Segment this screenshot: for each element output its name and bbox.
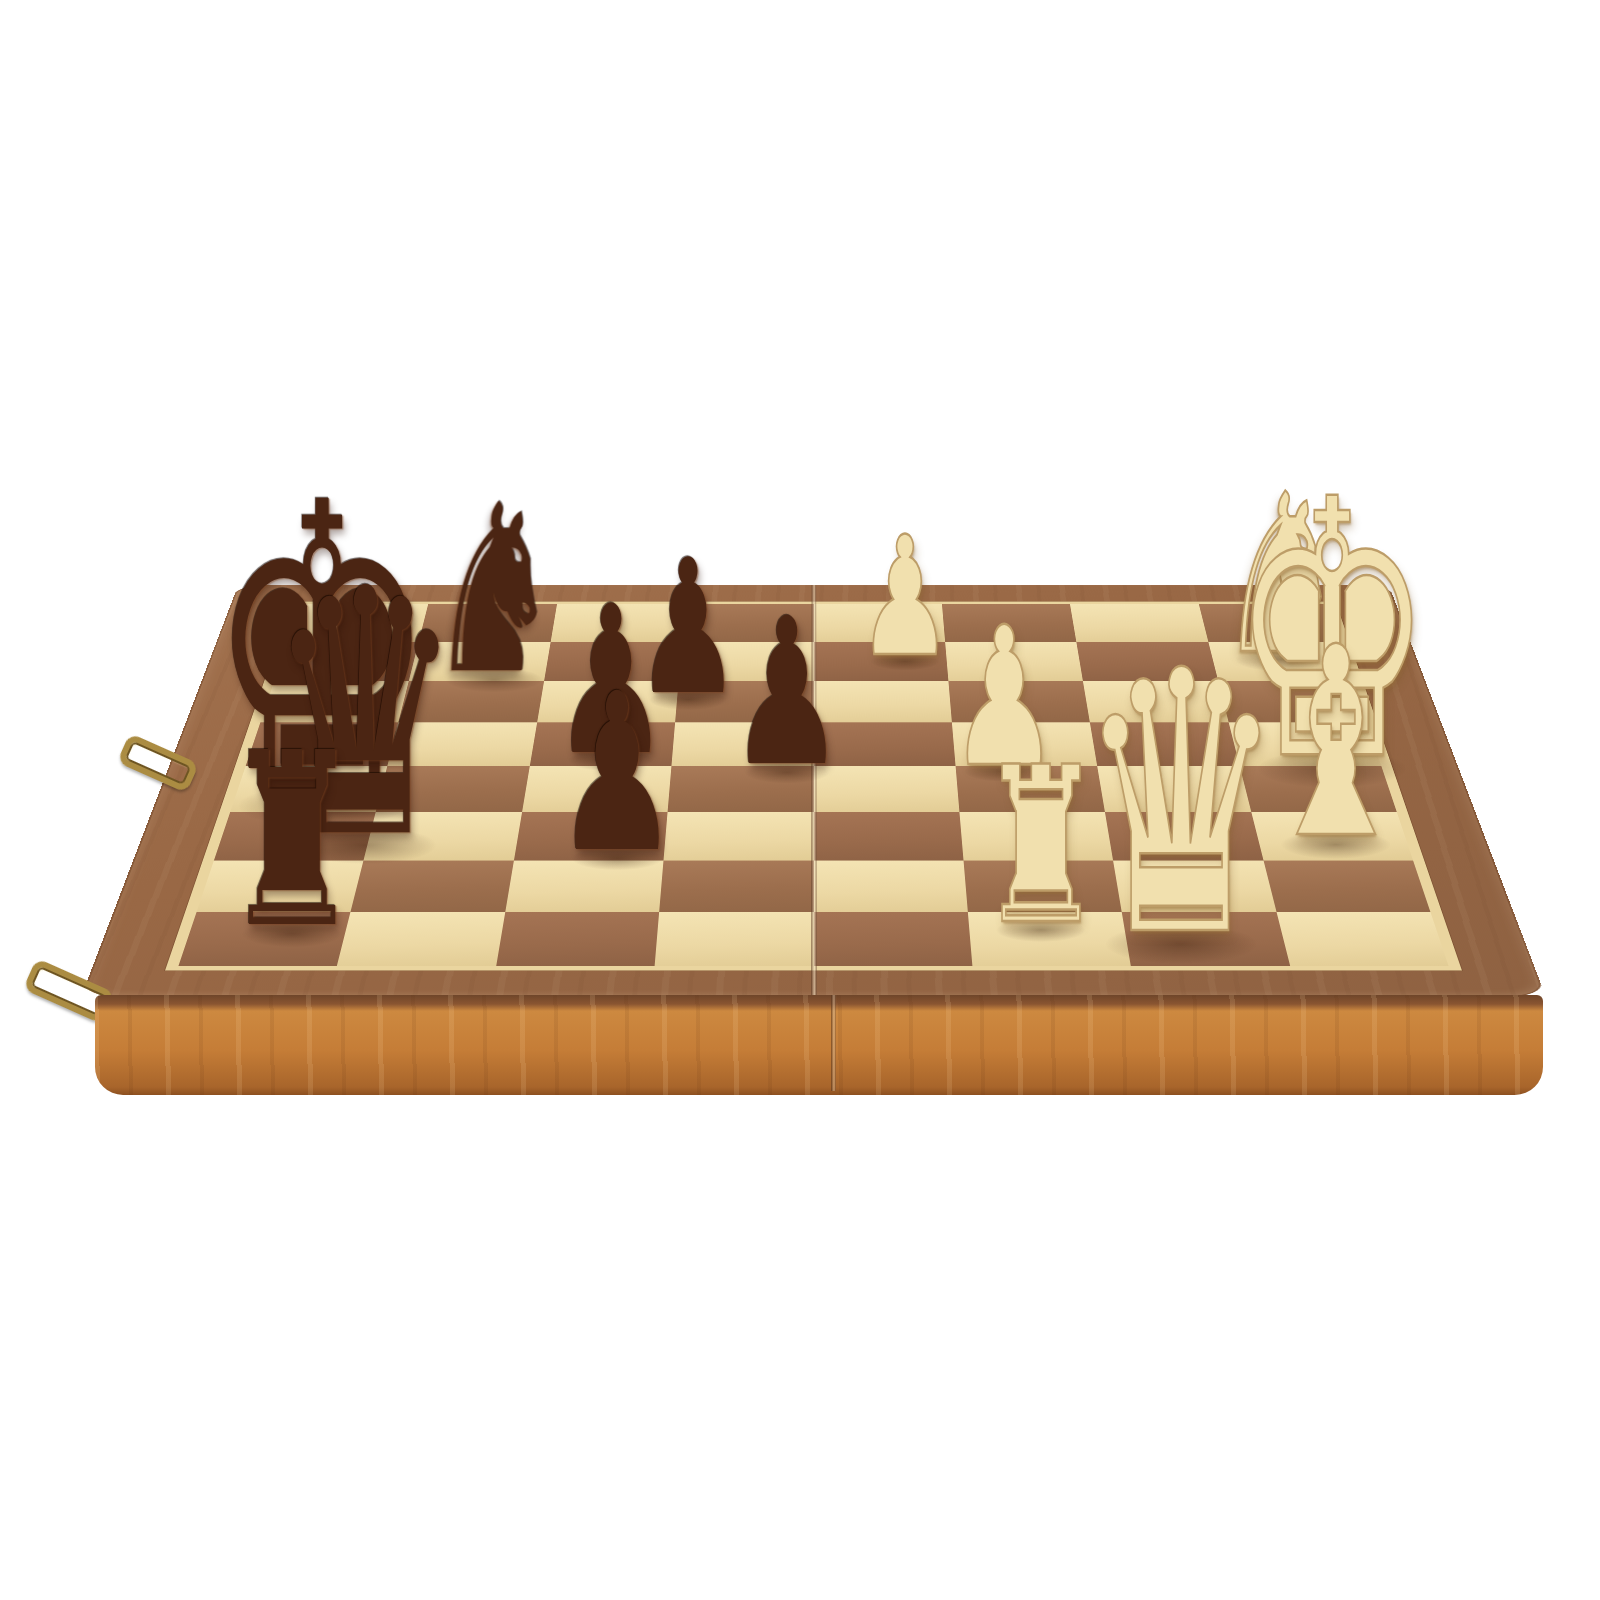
square-d1 xyxy=(655,912,814,966)
box-front-edge xyxy=(95,995,1543,1095)
piece-white-queen-g1: ♛ xyxy=(1077,624,1285,986)
square-e3 xyxy=(814,812,964,861)
square-b1 xyxy=(337,912,505,966)
box-front-grain xyxy=(95,995,1543,1095)
fold-seam-front xyxy=(831,995,836,1091)
square-e2 xyxy=(814,861,968,912)
piece-black-pawn-c3: ♟ xyxy=(554,665,679,883)
square-d2 xyxy=(659,861,813,912)
square-h1 xyxy=(1276,912,1449,966)
piece-white-pawn-e7: ♟ xyxy=(858,515,953,680)
piece-black-rook-a1: ♜ xyxy=(223,721,361,961)
square-c1 xyxy=(496,912,659,966)
piece-black-pawn-d4: ♟ xyxy=(729,592,845,795)
square-d3 xyxy=(664,812,814,861)
chess-set-photo: ♚♛♜♞♟♟♟♟♟♟♜♛♞♚♝ xyxy=(0,0,1600,1600)
square-e1 xyxy=(814,912,973,966)
